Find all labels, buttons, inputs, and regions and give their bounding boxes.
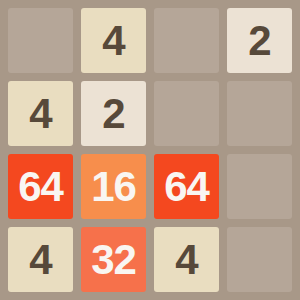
cell-r3c2: 16 [81, 154, 146, 219]
cell-r4c4 [227, 227, 292, 292]
cell-r2c2: 2 [81, 81, 146, 146]
tile-value: 4 [102, 20, 124, 62]
cell-r4c3: 4 [154, 227, 219, 292]
cell-r2c3 [154, 81, 219, 146]
tile-value: 64 [164, 166, 209, 208]
tile-value: 2 [248, 20, 270, 62]
cell-r2c4 [227, 81, 292, 146]
tile-value: 64 [18, 166, 63, 208]
cell-r3c1: 64 [8, 154, 73, 219]
cell-r2c1: 4 [8, 81, 73, 146]
tile-value: 4 [175, 239, 197, 281]
cell-r1c4: 2 [227, 8, 292, 73]
cell-r3c3: 64 [154, 154, 219, 219]
2048-board[interactable]: 4 2 4 2 64 16 64 4 32 4 [0, 0, 300, 300]
tile-value: 16 [91, 166, 136, 208]
tile-value: 4 [29, 93, 51, 135]
cell-r4c2: 32 [81, 227, 146, 292]
tile-value: 2 [102, 93, 124, 135]
cell-r1c1 [8, 8, 73, 73]
cell-r1c2: 4 [81, 8, 146, 73]
cell-r4c1: 4 [8, 227, 73, 292]
cell-r3c4 [227, 154, 292, 219]
tile-value: 4 [29, 239, 51, 281]
tile-value: 32 [91, 239, 136, 281]
cell-r1c3 [154, 8, 219, 73]
